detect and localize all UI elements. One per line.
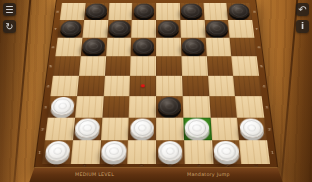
square-f1[interactable] [184, 140, 213, 164]
white-piece[interactable] [75, 118, 101, 138]
rank-label-6: 6 [254, 38, 263, 57]
rank-label-5: 5 [257, 56, 266, 75]
square-d3[interactable] [129, 96, 156, 117]
square-h8[interactable] [227, 3, 253, 20]
square-e5[interactable] [156, 56, 182, 75]
black-piece[interactable] [59, 20, 82, 35]
square-h2[interactable] [237, 118, 267, 141]
board-front-face: MEDIUM LEVEL Mandatory Jump [29, 167, 283, 182]
mandatory-jump-label: Mandatory Jump [187, 172, 230, 177]
white-piece[interactable] [101, 141, 127, 162]
square-g4[interactable] [208, 76, 236, 96]
square-b4[interactable] [77, 76, 105, 96]
square-e2[interactable] [156, 118, 184, 141]
square-b3[interactable] [75, 96, 103, 117]
square-e3[interactable] [156, 96, 183, 117]
black-piece[interactable] [133, 3, 154, 18]
square-c5[interactable] [104, 56, 130, 75]
white-piece[interactable] [50, 97, 76, 116]
black-piece[interactable] [181, 3, 203, 18]
square-f3[interactable] [182, 96, 210, 117]
square-b1[interactable] [71, 140, 101, 164]
black-piece[interactable] [132, 38, 154, 54]
square-e7[interactable] [156, 20, 181, 38]
black-piece[interactable] [85, 3, 107, 18]
square-a3[interactable] [48, 96, 77, 117]
white-piece[interactable] [44, 141, 71, 162]
menu-button[interactable] [3, 3, 16, 16]
square-h3[interactable] [235, 96, 264, 117]
square-g1[interactable] [212, 140, 242, 164]
black-piece[interactable] [157, 20, 179, 35]
rank-label-3: 3 [262, 96, 272, 117]
board-3d-wrap: ABCDEFGH 87654321 87654321 [34, 0, 279, 169]
square-e4[interactable] [156, 76, 182, 96]
square-c8[interactable] [108, 3, 133, 20]
rank-label-4: 4 [259, 76, 269, 96]
square-g7[interactable] [204, 20, 230, 38]
white-piece[interactable] [130, 118, 154, 138]
rank-label-7: 7 [252, 20, 261, 38]
rank-label-2: 2 [264, 118, 274, 141]
square-b5[interactable] [79, 56, 106, 75]
square-e6[interactable] [156, 38, 181, 57]
square-h6[interactable] [230, 38, 257, 57]
square-g5[interactable] [206, 56, 233, 75]
square-d6[interactable] [131, 38, 156, 57]
square-b2[interactable] [73, 118, 102, 141]
black-piece[interactable] [206, 20, 229, 35]
square-c4[interactable] [103, 76, 130, 96]
difficulty-label: MEDIUM LEVEL [75, 172, 114, 177]
black-piece[interactable] [158, 97, 182, 116]
square-h1[interactable] [239, 140, 270, 164]
square-f2[interactable] [183, 118, 211, 141]
square-g2[interactable] [210, 118, 239, 141]
square-d1[interactable] [128, 140, 156, 164]
undo-button[interactable]: ↶ [296, 3, 309, 16]
info-icon: i [301, 22, 304, 31]
square-g6[interactable] [205, 38, 231, 57]
square-h5[interactable] [232, 56, 260, 75]
square-d2[interactable] [128, 118, 156, 141]
square-a7[interactable] [58, 20, 84, 38]
square-f6[interactable] [181, 38, 207, 57]
square-f8[interactable] [180, 3, 205, 20]
white-piece[interactable] [213, 141, 239, 162]
square-a1[interactable] [42, 140, 73, 164]
square-c1[interactable] [99, 140, 128, 164]
info-button[interactable]: i [296, 20, 309, 33]
square-b8[interactable] [84, 3, 109, 20]
white-piece[interactable] [158, 141, 183, 162]
white-piece[interactable] [185, 118, 210, 138]
rank-label-1: 1 [267, 140, 278, 164]
black-piece[interactable] [108, 20, 130, 35]
square-a6[interactable] [55, 38, 82, 57]
board-frame: ABCDEFGH 87654321 87654321 [34, 0, 279, 169]
white-piece[interactable] [239, 118, 265, 138]
square-c3[interactable] [102, 96, 130, 117]
square-f7[interactable] [180, 20, 205, 38]
square-d8[interactable] [132, 3, 156, 20]
move-hint-dot [141, 84, 146, 88]
square-b6[interactable] [80, 38, 106, 57]
square-d5[interactable] [130, 56, 156, 75]
game-screen: ABCDEFGH 87654321 87654321 MEDIUM LEVEL … [0, 0, 312, 182]
restart-button[interactable]: ↻ [3, 20, 16, 33]
square-g8[interactable] [203, 3, 228, 20]
square-a4[interactable] [50, 76, 78, 96]
square-c2[interactable] [100, 118, 128, 141]
rank-label-8: 8 [250, 3, 259, 20]
square-a8[interactable] [60, 3, 86, 20]
square-c6[interactable] [106, 38, 132, 57]
menu-icon [6, 6, 13, 8]
checkers-board [42, 3, 270, 164]
square-f4[interactable] [182, 76, 209, 96]
square-b7[interactable] [82, 20, 108, 38]
square-d4[interactable] [130, 76, 156, 96]
square-g3[interactable] [209, 96, 237, 117]
black-piece[interactable] [82, 38, 105, 54]
square-c7[interactable] [107, 20, 132, 38]
square-h4[interactable] [233, 76, 261, 96]
square-e8[interactable] [156, 3, 180, 20]
undo-icon: ↶ [298, 5, 306, 15]
black-piece[interactable] [182, 38, 205, 54]
square-d7[interactable] [131, 20, 156, 38]
square-e1[interactable] [156, 140, 184, 164]
square-f5[interactable] [181, 56, 207, 75]
black-piece[interactable] [228, 3, 251, 18]
square-h7[interactable] [228, 20, 254, 38]
square-a5[interactable] [53, 56, 81, 75]
restart-icon: ↻ [5, 22, 13, 32]
square-a2[interactable] [45, 118, 75, 141]
